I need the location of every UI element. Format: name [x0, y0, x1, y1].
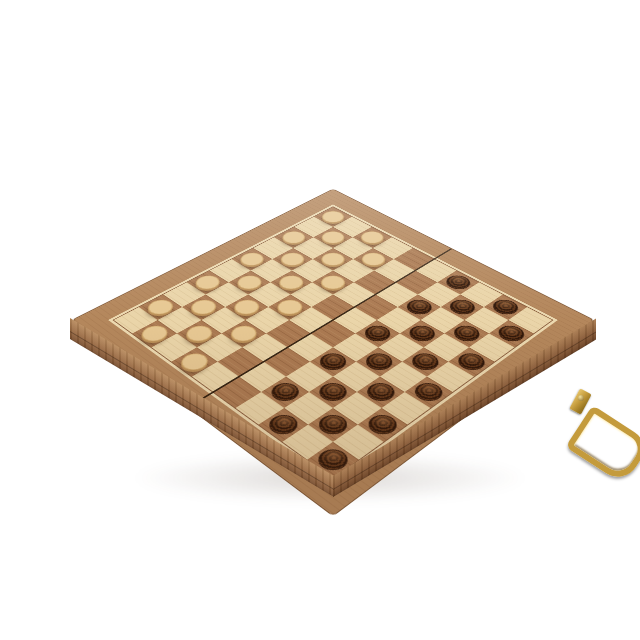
board-grid [114, 207, 552, 478]
product-photo-stage [0, 0, 640, 640]
latch-knob [578, 395, 584, 401]
latch-d-ring [565, 405, 640, 485]
brass-latch [563, 386, 640, 470]
maple-inlay-border [108, 204, 558, 483]
